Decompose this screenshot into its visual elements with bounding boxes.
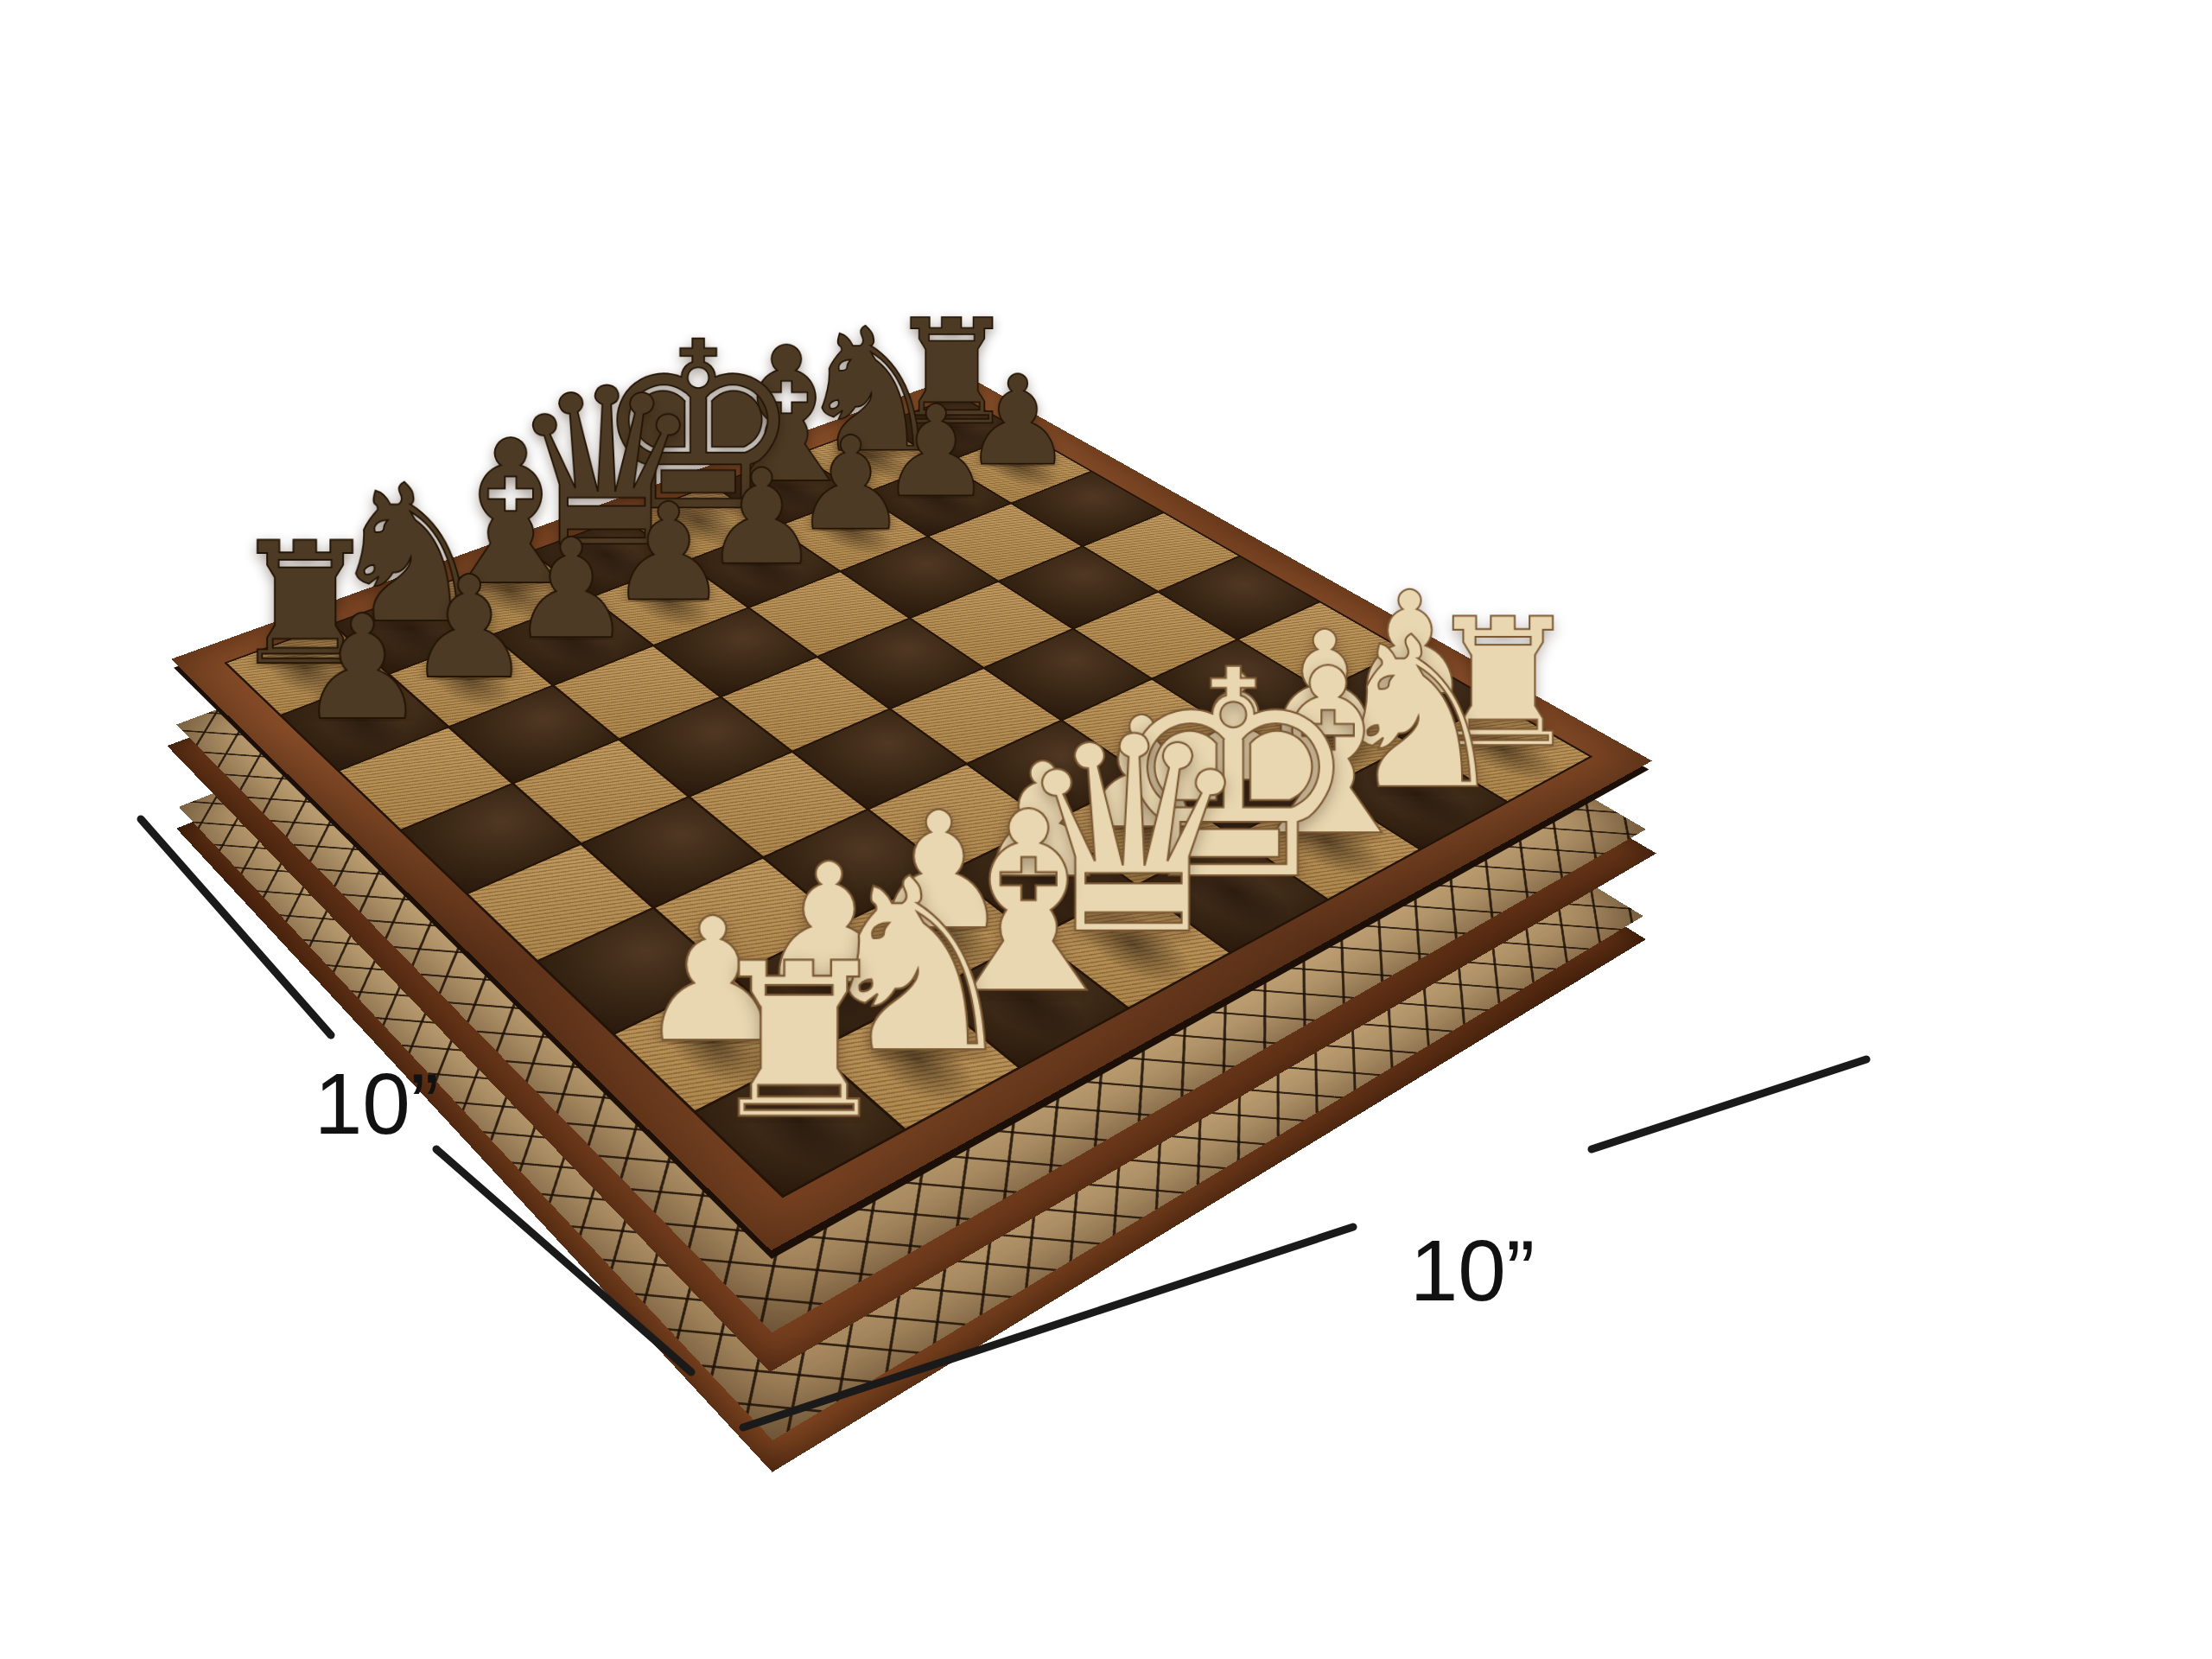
product-photo-scene: ♜♞♝♛♚♝♞♜♟♟♟♟♟♟♟♟♟♟♟♟♟♟♟♟♜♞♝♛♚♝♞♜: [0, 0, 2212, 1659]
chess-board: ♜♞♝♛♚♝♞♜♟♟♟♟♟♟♟♟♟♟♟♟♟♟♟♟♜♞♝♛♚♝♞♜: [171, 374, 1652, 1250]
white-rook-icon: ♜: [703, 943, 895, 1140]
black-pawn-icon: ♟: [298, 602, 428, 735]
